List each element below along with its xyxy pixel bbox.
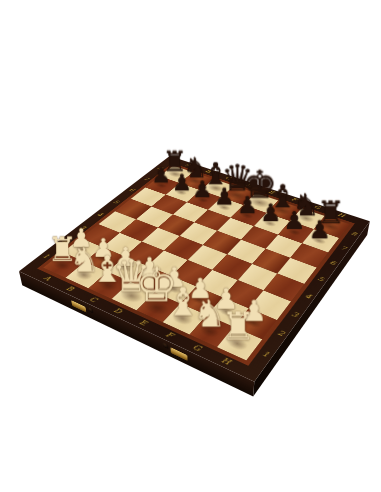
latch-knob xyxy=(88,307,94,314)
black-pawn-glyph: ♟ xyxy=(298,217,342,242)
chess-set-photo: AABBCCDDEEFFGGHH1122334455667788♜♞♟♝♟♛♟♚… xyxy=(0,0,381,492)
latch-knob xyxy=(163,342,169,350)
brass-latch-fitting xyxy=(71,300,86,312)
white-rook-glyph: ♜ xyxy=(212,307,265,345)
chess-board: AABBCCDDEEFFGGHH1122334455667788♜♞♟♝♟♛♟♚… xyxy=(19,156,370,382)
brass-latch-fitting xyxy=(171,347,188,361)
